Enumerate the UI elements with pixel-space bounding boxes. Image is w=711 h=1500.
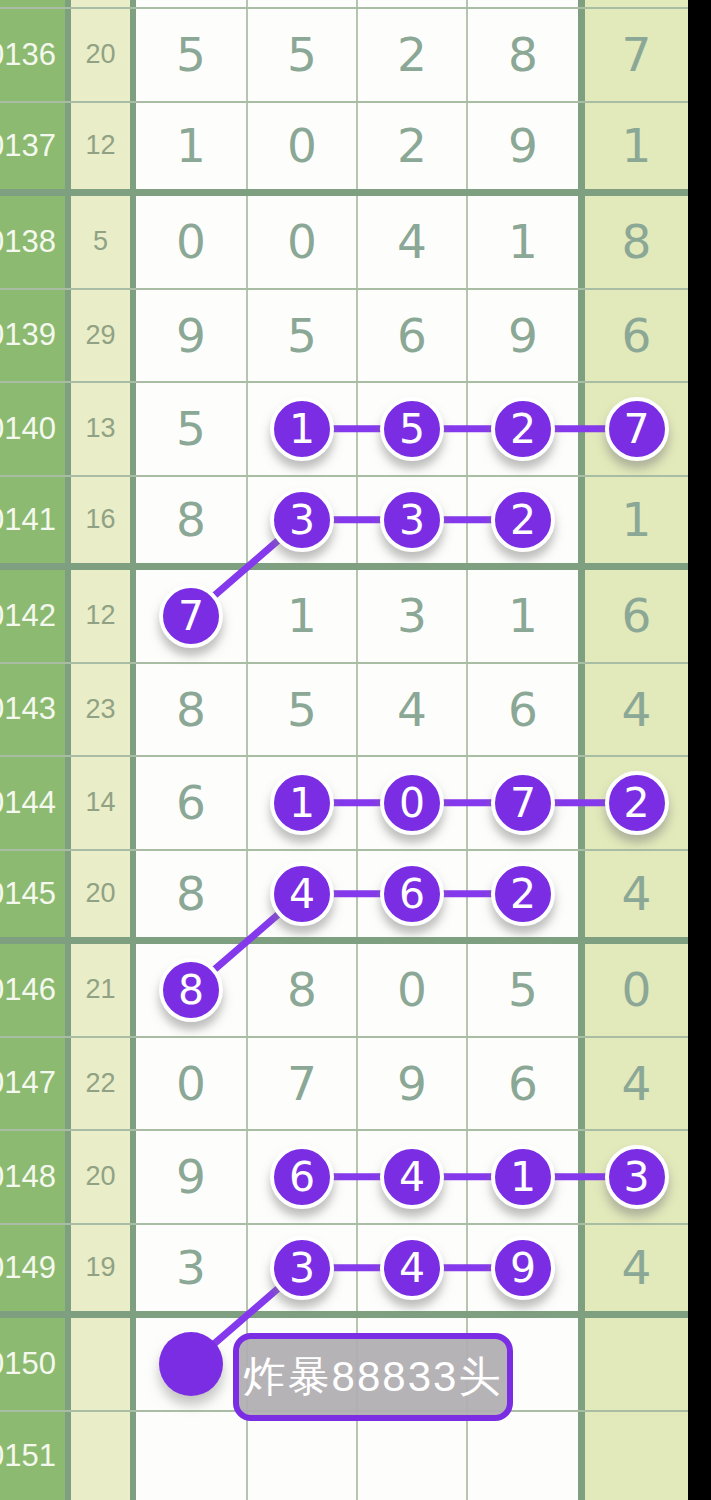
count-cell: 20 (65, 1131, 130, 1223)
digit-cell: 8 (130, 944, 246, 1036)
digit-cell: 4 (356, 1225, 466, 1312)
digit-cell: 0 (246, 196, 356, 288)
row-0141: 01411683321 (0, 477, 688, 571)
digit-cell (130, 1318, 246, 1410)
digit-cell (356, 0, 466, 7)
digit-value: 0 (287, 118, 317, 173)
bonus-cell: 2 (578, 757, 688, 849)
digit-value: 4 (622, 866, 652, 921)
digit-value: 5 (176, 401, 206, 456)
digit-cell: 5 (356, 383, 466, 475)
digit-value: 0 (176, 1056, 206, 1111)
digit-cell: 6 (356, 290, 466, 382)
count-label: 29 (85, 320, 115, 351)
bonus-cell (578, 1412, 688, 1500)
period-label: 0151 (0, 1438, 56, 1474)
digit-circle[interactable]: 3 (605, 1145, 669, 1209)
period-cell: 0143 (0, 664, 65, 756)
digit-circle[interactable]: 7 (491, 771, 555, 835)
count-label: 20 (85, 1161, 115, 1192)
digit-value: 0 (176, 214, 206, 269)
count-cell: 29 (65, 290, 130, 382)
digit-value: 8 (508, 27, 538, 82)
digit-circle[interactable]: 1 (270, 397, 334, 461)
count-label: 19 (85, 1252, 115, 1283)
digit-cell: 0 (130, 196, 246, 288)
digit-cell: 5 (466, 944, 578, 1036)
digit-circle[interactable]: 7 (159, 584, 223, 648)
digit-circle[interactable]: 1 (270, 771, 334, 835)
digit-value: 5 (508, 962, 538, 1017)
period-label: 0150 (0, 1346, 56, 1382)
row-0137: 01371210291 (0, 103, 688, 197)
digit-cell: 7 (466, 757, 578, 849)
count-cell: 14 (65, 757, 130, 849)
digit-cell: 0 (356, 757, 466, 849)
bonus-cell: 6 (578, 570, 688, 662)
digit-value: 1 (176, 118, 206, 173)
digit-cell: 2 (466, 477, 578, 564)
row-0149: 01491933494 (0, 1225, 688, 1319)
digit-circle[interactable]: 2 (605, 771, 669, 835)
digit-cell: 8 (466, 9, 578, 101)
period-cell: 0146 (0, 944, 65, 1036)
digit-cell: 7 (246, 1038, 356, 1130)
digit-value: 1 (508, 588, 538, 643)
period-label: 0139 (0, 317, 56, 353)
digit-circle[interactable]: 7 (605, 397, 669, 461)
digit-cell: 0 (130, 1038, 246, 1130)
count-label: 20 (85, 878, 115, 909)
row-0148: 01482096413 (0, 1131, 688, 1225)
digit-value: 6 (508, 1056, 538, 1111)
digit-cell: 5 (130, 9, 246, 101)
digit-value: 2 (397, 27, 427, 82)
digit-value: 7 (287, 1056, 317, 1111)
count-cell: 5 (65, 196, 130, 288)
digit-cell: 3 (356, 570, 466, 662)
period-label: 0147 (0, 1065, 56, 1101)
digit-cell: 2 (356, 103, 466, 190)
digit-cell: 1 (130, 103, 246, 190)
count-label: 5 (93, 226, 108, 257)
digit-cell: 4 (246, 851, 356, 938)
digit-circle[interactable]: 5 (380, 397, 444, 461)
row-0139: 01392995696 (0, 290, 688, 384)
digit-value: 8 (176, 866, 206, 921)
digit-value: 1 (622, 118, 652, 173)
bonus-cell: 4 (578, 1038, 688, 1130)
digit-circle[interactable]: 9 (491, 1236, 555, 1300)
digit-value: 9 (508, 308, 538, 363)
digit-cell: 6 (246, 1131, 356, 1223)
digit-cell (246, 0, 356, 7)
digit-value: 4 (397, 682, 427, 737)
digit-value: 4 (622, 1056, 652, 1111)
period-cell: 0148 (0, 1131, 65, 1223)
digit-cell: 3 (130, 1225, 246, 1312)
digit-value: 1 (508, 214, 538, 269)
digit-cell: 2 (466, 383, 578, 475)
digit-cell: 4 (356, 196, 466, 288)
digit-cell: 6 (356, 851, 466, 938)
digit-value: 3 (176, 1240, 206, 1295)
period-cell: 0137 (0, 103, 65, 190)
period-cell: 0142 (0, 570, 65, 662)
digit-cell: 9 (466, 103, 578, 190)
digit-circle[interactable]: 2 (491, 862, 555, 926)
digit-circle[interactable]: 0 (380, 771, 444, 835)
digit-circle[interactable]: 3 (270, 1236, 334, 1300)
digit-cell: 0 (246, 103, 356, 190)
bonus-cell: 1 (578, 103, 688, 190)
digit-cell: 2 (356, 9, 466, 101)
count-label: 12 (85, 130, 115, 161)
count-cell: 20 (65, 851, 130, 938)
digit-cell: 1 (246, 383, 356, 475)
period-label: 0141 (0, 502, 56, 538)
period-label: 0149 (0, 1250, 56, 1286)
bonus-cell: 1 (578, 477, 688, 564)
bonus-cell: 3 (578, 1131, 688, 1223)
count-label: 21 (85, 974, 115, 1005)
row-0142: 01421271316 (0, 570, 688, 664)
digit-cell: 9 (130, 290, 246, 382)
digit-cell (466, 0, 578, 7)
bonus-cell: 4 (578, 664, 688, 756)
period-label: 0138 (0, 224, 56, 260)
digit-cell: 4 (356, 1131, 466, 1223)
row-0147: 01472207964 (0, 1038, 688, 1132)
period-cell: 0138 (0, 196, 65, 288)
digit-circle[interactable]: 4 (380, 1236, 444, 1300)
count-cell (65, 0, 130, 7)
count-cell: 12 (65, 103, 130, 190)
row-0140: 01401351527 (0, 383, 688, 477)
count-cell: 23 (65, 664, 130, 756)
digit-value: 4 (397, 214, 427, 269)
tooltip: 炸暴88833头 (233, 1333, 513, 1421)
digit-value: 7 (622, 27, 652, 82)
digit-value: 5 (287, 308, 317, 363)
digit-circle[interactable]: 2 (491, 397, 555, 461)
row-0145: 01452084624 (0, 851, 688, 945)
dot-marker[interactable] (159, 1332, 223, 1396)
digit-cell: 3 (356, 477, 466, 564)
row-0151: 0151 (0, 1412, 688, 1500)
period-cell: 0141 (0, 477, 65, 564)
digit-cell: 5 (246, 9, 356, 101)
count-label: 23 (85, 694, 115, 725)
digit-cell: 4 (356, 664, 466, 756)
digit-value: 4 (622, 682, 652, 737)
digit-value: 9 (176, 1149, 206, 1204)
digit-cell: 9 (466, 1225, 578, 1312)
digit-cell: 5 (246, 664, 356, 756)
digit-value: 0 (287, 214, 317, 269)
tooltip-text: 炸暴88833头 (244, 1349, 503, 1405)
period-cell: 0147 (0, 1038, 65, 1130)
digit-value: 5 (287, 682, 317, 737)
period-cell: 0140 (0, 383, 65, 475)
digit-cell (466, 1412, 578, 1500)
row-0138: 0138500418 (0, 196, 688, 290)
digit-cell: 5 (246, 290, 356, 382)
rows-container: 0136205528701371210291013850041801392995… (0, 0, 711, 1500)
digit-cell: 1 (466, 1131, 578, 1223)
count-cell: 16 (65, 477, 130, 564)
digit-cell: 7 (130, 570, 246, 662)
period-cell: 0149 (0, 1225, 65, 1312)
period-cell: 0144 (0, 757, 65, 849)
count-label: 22 (85, 1068, 115, 1099)
row-0146: 01462188050 (0, 944, 688, 1038)
digit-value: 8 (287, 962, 317, 1017)
period-cell (0, 0, 65, 7)
bonus-cell (578, 0, 688, 7)
digit-cell (130, 0, 246, 7)
digit-cell: 1 (466, 570, 578, 662)
digit-cell (246, 1412, 356, 1500)
digit-circle[interactable]: 6 (380, 862, 444, 926)
bonus-cell: 4 (578, 1225, 688, 1312)
digit-value: 6 (508, 682, 538, 737)
digit-value: 0 (397, 962, 427, 1017)
digit-cell (356, 1412, 466, 1500)
digit-cell: 8 (130, 477, 246, 564)
digit-cell: 3 (246, 1225, 356, 1312)
digit-cell: 6 (466, 664, 578, 756)
digit-value: 0 (622, 962, 652, 1017)
digit-cell: 9 (356, 1038, 466, 1130)
period-label: 0142 (0, 598, 56, 634)
bonus-cell: 0 (578, 944, 688, 1036)
digit-cell: 8 (130, 851, 246, 938)
period-label: 0148 (0, 1159, 56, 1195)
digit-cell: 0 (356, 944, 466, 1036)
digit-cell: 6 (130, 757, 246, 849)
count-cell: 21 (65, 944, 130, 1036)
count-label: 13 (85, 413, 115, 444)
count-label: 16 (85, 504, 115, 535)
bonus-cell: 7 (578, 383, 688, 475)
bonus-cell: 4 (578, 851, 688, 938)
digit-value: 2 (397, 118, 427, 173)
digit-cell: 1 (246, 570, 356, 662)
row-0143: 01432385464 (0, 664, 688, 758)
digit-circle[interactable]: 6 (270, 1145, 334, 1209)
digit-circle[interactable]: 4 (380, 1145, 444, 1209)
digit-value: 9 (508, 118, 538, 173)
digit-cell: 3 (246, 477, 356, 564)
digit-value: 5 (176, 27, 206, 82)
count-label: 14 (85, 787, 115, 818)
bonus-cell: 6 (578, 290, 688, 382)
digit-value: 6 (622, 588, 652, 643)
count-cell (65, 1412, 130, 1500)
period-label: 0137 (0, 128, 56, 164)
digit-value: 8 (622, 214, 652, 269)
digit-circle[interactable]: 3 (380, 488, 444, 552)
digit-circle[interactable]: 2 (491, 488, 555, 552)
digit-circle[interactable]: 3 (270, 488, 334, 552)
digit-cell: 9 (130, 1131, 246, 1223)
count-cell: 19 (65, 1225, 130, 1312)
digit-value: 8 (176, 682, 206, 737)
lottery-trend-board: 0136205528701371210291013850041801392995… (0, 0, 711, 1500)
digit-cell: 6 (466, 1038, 578, 1130)
count-label: 12 (85, 600, 115, 631)
digit-value: 4 (622, 1240, 652, 1295)
digit-circle[interactable]: 1 (491, 1145, 555, 1209)
digit-value: 8 (176, 492, 206, 547)
digit-cell: 1 (246, 757, 356, 849)
row-0144: 01441461072 (0, 757, 688, 851)
period-label: 0145 (0, 876, 56, 912)
digit-cell: 2 (466, 851, 578, 938)
digit-cell: 5 (130, 383, 246, 475)
period-cell: 0139 (0, 290, 65, 382)
digit-value: 1 (622, 492, 652, 547)
period-cell: 0145 (0, 851, 65, 938)
period-cell: 0150 (0, 1318, 65, 1410)
digit-value: 3 (397, 588, 427, 643)
bonus-cell: 8 (578, 196, 688, 288)
digit-value: 6 (176, 775, 206, 830)
digit-value: 9 (397, 1056, 427, 1111)
bonus-cell: 7 (578, 9, 688, 101)
digit-circle[interactable]: 8 (159, 958, 223, 1022)
digit-cell: 1 (466, 196, 578, 288)
count-cell: 12 (65, 570, 130, 662)
row-0136: 01362055287 (0, 9, 688, 103)
period-label: 0136 (0, 37, 56, 73)
period-label: 0143 (0, 691, 56, 727)
period-label: 0140 (0, 411, 56, 447)
digit-cell (130, 1412, 246, 1500)
digit-value: 9 (176, 308, 206, 363)
period-cell: 0136 (0, 9, 65, 101)
period-label: 0146 (0, 972, 56, 1008)
count-cell: 22 (65, 1038, 130, 1130)
count-cell: 13 (65, 383, 130, 475)
count-cell: 20 (65, 9, 130, 101)
period-label: 0144 (0, 785, 56, 821)
black-edge-strip (688, 0, 711, 1500)
count-label: 20 (85, 39, 115, 70)
digit-value: 6 (397, 308, 427, 363)
digit-value: 6 (622, 308, 652, 363)
digit-value: 1 (287, 588, 317, 643)
digit-value: 5 (287, 27, 317, 82)
digit-cell: 9 (466, 290, 578, 382)
digit-cell: 8 (130, 664, 246, 756)
count-cell (65, 1318, 130, 1410)
period-cell: 0151 (0, 1412, 65, 1500)
digit-circle[interactable]: 4 (270, 862, 334, 926)
digit-cell: 8 (246, 944, 356, 1036)
row-partial-top (0, 0, 688, 9)
bonus-cell (578, 1318, 688, 1410)
